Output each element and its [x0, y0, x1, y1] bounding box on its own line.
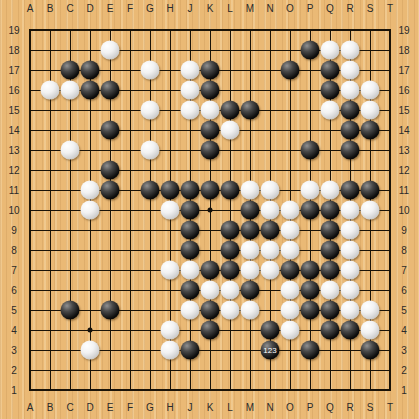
top-coordinate-label: F — [127, 3, 133, 14]
white-stone[interactable] — [261, 201, 280, 220]
bottom-coordinate-label: F — [127, 402, 133, 413]
right-coordinate-label: 18 — [398, 45, 409, 56]
white-stone[interactable] — [181, 81, 200, 100]
right-coordinate-label: 7 — [401, 265, 407, 276]
right-coordinate-label: 15 — [398, 105, 409, 116]
black-stone[interactable] — [261, 221, 280, 240]
black-stone[interactable] — [201, 61, 220, 80]
black-stone[interactable] — [241, 281, 260, 300]
top-coordinate-label: S — [367, 3, 374, 14]
white-stone[interactable] — [61, 81, 80, 100]
white-stone[interactable] — [321, 41, 340, 60]
left-coordinate-label: 2 — [11, 365, 17, 376]
black-stone[interactable] — [301, 281, 320, 300]
right-coordinate-label: 1 — [401, 385, 407, 396]
bottom-coordinate-label: Q — [326, 402, 334, 413]
white-stone[interactable] — [181, 261, 200, 280]
black-stone[interactable] — [201, 141, 220, 160]
black-stone[interactable] — [101, 161, 120, 180]
white-stone[interactable] — [301, 181, 320, 200]
black-stone[interactable] — [281, 61, 300, 80]
bottom-coordinate-label: G — [146, 402, 154, 413]
black-stone[interactable] — [301, 41, 320, 60]
right-coordinate-label: 12 — [398, 165, 409, 176]
white-stone[interactable] — [41, 81, 60, 100]
white-stone[interactable] — [241, 181, 260, 200]
top-coordinate-label: T — [387, 3, 393, 14]
white-stone[interactable] — [341, 261, 360, 280]
white-stone[interactable] — [261, 181, 280, 200]
black-stone[interactable] — [201, 321, 220, 340]
black-stone[interactable] — [321, 221, 340, 240]
black-stone[interactable] — [301, 261, 320, 280]
black-stone[interactable] — [81, 81, 100, 100]
star-point — [208, 208, 213, 213]
black-stone[interactable] — [321, 301, 340, 320]
black-stone[interactable]: 123 — [261, 341, 280, 360]
white-stone[interactable] — [181, 301, 200, 320]
white-stone[interactable] — [361, 301, 380, 320]
top-coordinate-label: Q — [326, 3, 334, 14]
black-stone[interactable] — [61, 61, 80, 80]
white-stone[interactable] — [341, 81, 360, 100]
bottom-coordinate-label: D — [86, 402, 93, 413]
top-coordinate-label: G — [146, 3, 154, 14]
white-stone[interactable] — [321, 281, 340, 300]
black-stone[interactable] — [341, 121, 360, 140]
black-stone[interactable] — [81, 61, 100, 80]
black-stone[interactable] — [361, 181, 380, 200]
black-stone[interactable] — [301, 341, 320, 360]
left-coordinate-label: 6 — [11, 285, 17, 296]
black-stone[interactable] — [301, 201, 320, 220]
top-coordinate-label: D — [86, 3, 93, 14]
black-stone[interactable] — [201, 301, 220, 320]
black-stone[interactable] — [161, 181, 180, 200]
white-stone[interactable] — [141, 61, 160, 80]
right-coordinate-label: 5 — [401, 305, 407, 316]
white-stone[interactable] — [341, 301, 360, 320]
black-stone[interactable] — [181, 281, 200, 300]
white-stone[interactable] — [261, 261, 280, 280]
top-coordinate-label: H — [166, 3, 173, 14]
white-stone[interactable] — [341, 241, 360, 260]
top-coordinate-label: R — [346, 3, 353, 14]
black-stone[interactable] — [301, 141, 320, 160]
right-coordinate-label: 2 — [401, 365, 407, 376]
white-stone[interactable] — [341, 41, 360, 60]
bottom-coordinate-label: C — [66, 402, 73, 413]
black-stone[interactable] — [321, 241, 340, 260]
left-coordinate-label: 7 — [11, 265, 17, 276]
bottom-coordinate-label: P — [307, 402, 314, 413]
white-stone[interactable] — [221, 281, 240, 300]
left-coordinate-label: 3 — [11, 345, 17, 356]
white-stone[interactable] — [241, 261, 260, 280]
bottom-coordinate-label: M — [246, 402, 254, 413]
left-coordinate-label: 15 — [8, 105, 19, 116]
white-stone[interactable] — [181, 61, 200, 80]
right-coordinate-label: 10 — [398, 205, 409, 216]
right-coordinate-label: 3 — [401, 345, 407, 356]
black-stone[interactable] — [201, 81, 220, 100]
white-stone[interactable] — [221, 301, 240, 320]
white-stone[interactable] — [281, 301, 300, 320]
white-stone[interactable] — [141, 141, 160, 160]
black-stone[interactable] — [181, 341, 200, 360]
white-stone[interactable] — [341, 281, 360, 300]
black-stone[interactable] — [301, 301, 320, 320]
black-stone[interactable] — [201, 121, 220, 140]
white-stone[interactable] — [321, 101, 340, 120]
move-number-label: 123 — [261, 341, 280, 360]
black-stone[interactable] — [181, 221, 200, 240]
black-stone[interactable] — [321, 261, 340, 280]
left-coordinate-label: 14 — [8, 125, 19, 136]
top-coordinate-label: C — [66, 3, 73, 14]
left-coordinate-label: 5 — [11, 305, 17, 316]
left-coordinate-label: 16 — [8, 85, 19, 96]
bottom-coordinate-label: O — [286, 402, 294, 413]
black-stone[interactable] — [181, 181, 200, 200]
white-stone[interactable] — [201, 281, 220, 300]
top-coordinate-label: O — [286, 3, 294, 14]
left-coordinate-label: 4 — [11, 325, 17, 336]
left-coordinate-label: 18 — [8, 45, 19, 56]
black-stone[interactable] — [101, 301, 120, 320]
black-stone[interactable] — [221, 101, 240, 120]
top-coordinate-label: N — [266, 3, 273, 14]
white-stone[interactable] — [161, 341, 180, 360]
black-stone[interactable] — [201, 181, 220, 200]
white-stone[interactable] — [361, 321, 380, 340]
black-stone[interactable] — [101, 81, 120, 100]
white-stone[interactable] — [61, 141, 80, 160]
left-coordinate-label: 19 — [8, 25, 19, 36]
black-stone[interactable] — [241, 221, 260, 240]
bottom-coordinate-label: J — [188, 402, 193, 413]
right-coordinate-label: 17 — [398, 65, 409, 76]
top-coordinate-label: A — [27, 3, 34, 14]
white-stone[interactable] — [361, 201, 380, 220]
bottom-coordinate-label: R — [346, 402, 353, 413]
black-stone[interactable] — [101, 181, 120, 200]
right-coordinate-label: 4 — [401, 325, 407, 336]
right-coordinate-label: 19 — [398, 25, 409, 36]
white-stone[interactable] — [161, 321, 180, 340]
white-stone[interactable] — [261, 241, 280, 260]
left-coordinate-label: 1 — [11, 385, 17, 396]
black-stone[interactable] — [321, 201, 340, 220]
top-coordinate-label: P — [307, 3, 314, 14]
left-coordinate-label: 10 — [8, 205, 19, 216]
black-stone[interactable] — [181, 201, 200, 220]
left-coordinate-label: 13 — [8, 145, 19, 156]
grid-line-vertical — [230, 29, 231, 391]
white-stone[interactable] — [281, 221, 300, 240]
bottom-coordinate-label: T — [387, 402, 393, 413]
bottom-coordinate-label: N — [266, 402, 273, 413]
grid-line-horizontal — [29, 370, 391, 371]
black-stone[interactable] — [101, 121, 120, 140]
top-coordinate-label: E — [107, 3, 114, 14]
left-coordinate-label: 12 — [8, 165, 19, 176]
bottom-coordinate-label: E — [107, 402, 114, 413]
bottom-coordinate-label: B — [47, 402, 54, 413]
right-coordinate-label: 9 — [401, 225, 407, 236]
left-coordinate-label: 17 — [8, 65, 19, 76]
white-stone[interactable] — [341, 201, 360, 220]
white-stone[interactable] — [181, 101, 200, 120]
black-stone[interactable] — [261, 321, 280, 340]
white-stone[interactable] — [81, 181, 100, 200]
black-stone[interactable] — [341, 321, 360, 340]
white-stone[interactable] — [361, 81, 380, 100]
black-stone[interactable] — [181, 241, 200, 260]
black-stone[interactable] — [61, 301, 80, 320]
black-stone[interactable] — [141, 181, 160, 200]
top-coordinate-label: M — [246, 3, 254, 14]
top-coordinate-label: K — [207, 3, 214, 14]
black-stone[interactable] — [321, 81, 340, 100]
white-stone[interactable] — [341, 61, 360, 80]
bottom-coordinate-label: A — [27, 402, 34, 413]
white-stone[interactable] — [101, 41, 120, 60]
grid-line-vertical — [389, 29, 391, 391]
black-stone[interactable] — [221, 241, 240, 260]
left-coordinate-label: 8 — [11, 245, 17, 256]
right-coordinate-label: 6 — [401, 285, 407, 296]
white-stone[interactable] — [281, 201, 300, 220]
white-stone[interactable] — [321, 181, 340, 200]
bottom-coordinate-label: K — [207, 402, 214, 413]
black-stone[interactable] — [341, 181, 360, 200]
right-coordinate-label: 16 — [398, 85, 409, 96]
white-stone[interactable] — [81, 201, 100, 220]
white-stone[interactable] — [241, 301, 260, 320]
go-board[interactable]: AABBCCDDEEFFGGHHJJKKLLMMNNOOPPQQRRSSTT19… — [0, 0, 419, 419]
top-coordinate-label: L — [227, 3, 233, 14]
right-coordinate-label: 13 — [398, 145, 409, 156]
right-coordinate-label: 8 — [401, 245, 407, 256]
top-coordinate-label: B — [47, 3, 54, 14]
right-coordinate-label: 14 — [398, 125, 409, 136]
white-stone[interactable] — [141, 101, 160, 120]
star-point — [88, 328, 93, 333]
black-stone[interactable] — [221, 261, 240, 280]
black-stone[interactable] — [241, 201, 260, 220]
black-stone[interactable] — [341, 141, 360, 160]
black-stone[interactable] — [341, 101, 360, 120]
bottom-coordinate-label: H — [166, 402, 173, 413]
white-stone[interactable] — [281, 281, 300, 300]
right-coordinate-label: 11 — [399, 185, 409, 196]
white-stone[interactable] — [161, 201, 180, 220]
white-stone[interactable] — [161, 261, 180, 280]
black-stone[interactable] — [361, 121, 380, 140]
white-stone[interactable] — [281, 241, 300, 260]
white-stone[interactable] — [201, 101, 220, 120]
black-stone[interactable] — [361, 341, 380, 360]
black-stone[interactable] — [221, 181, 240, 200]
black-stone[interactable] — [281, 261, 300, 280]
black-stone[interactable] — [201, 261, 220, 280]
bottom-coordinate-label: S — [367, 402, 374, 413]
white-stone[interactable] — [361, 101, 380, 120]
white-stone[interactable] — [281, 321, 300, 340]
left-coordinate-label: 11 — [9, 185, 19, 196]
black-stone[interactable] — [321, 61, 340, 80]
bottom-coordinate-label: L — [227, 402, 233, 413]
white-stone[interactable] — [221, 121, 240, 140]
white-stone[interactable] — [81, 341, 100, 360]
left-coordinate-label: 9 — [11, 225, 17, 236]
black-stone[interactable] — [221, 221, 240, 240]
white-stone[interactable] — [241, 241, 260, 260]
black-stone[interactable] — [241, 101, 260, 120]
black-stone[interactable] — [321, 321, 340, 340]
top-coordinate-label: J — [188, 3, 193, 14]
white-stone[interactable] — [341, 221, 360, 240]
grid-line-horizontal — [29, 389, 391, 391]
